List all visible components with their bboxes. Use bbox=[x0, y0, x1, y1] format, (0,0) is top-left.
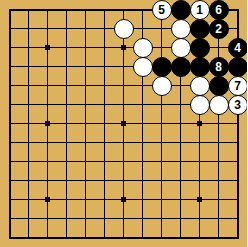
stone-black[interactable]: 8 bbox=[209, 57, 229, 77]
star-point bbox=[121, 45, 126, 50]
stone-white[interactable] bbox=[190, 76, 210, 96]
grid-line-horizontal bbox=[10, 180, 238, 181]
go-board[interactable]: 51624873 bbox=[0, 0, 247, 247]
stone-number: 6 bbox=[215, 4, 222, 16]
star-point bbox=[45, 121, 50, 126]
stone-white[interactable]: 5 bbox=[152, 0, 172, 20]
stone-white[interactable] bbox=[190, 95, 210, 115]
stone-white[interactable]: 3 bbox=[228, 95, 248, 115]
stone-black[interactable]: 4 bbox=[228, 38, 248, 58]
stone-number: 1 bbox=[196, 4, 203, 16]
stone-white[interactable] bbox=[114, 19, 134, 39]
stone-number: 3 bbox=[234, 99, 241, 111]
star-point bbox=[121, 197, 126, 202]
stone-white[interactable] bbox=[133, 57, 153, 77]
stone-white[interactable] bbox=[133, 38, 153, 58]
stone-black[interactable] bbox=[171, 57, 191, 77]
stone-black[interactable] bbox=[190, 57, 210, 77]
stone-black[interactable] bbox=[190, 19, 210, 39]
grid-line-vertical bbox=[161, 10, 162, 238]
star-point bbox=[45, 197, 50, 202]
stone-white[interactable]: 7 bbox=[228, 76, 248, 96]
grid-line-vertical bbox=[218, 10, 219, 238]
stone-black[interactable] bbox=[152, 57, 172, 77]
grid-line-horizontal bbox=[10, 142, 238, 143]
stone-white[interactable] bbox=[171, 38, 191, 58]
stone-white[interactable] bbox=[209, 95, 229, 115]
stone-black[interactable] bbox=[190, 38, 210, 58]
stone-black[interactable]: 2 bbox=[209, 19, 229, 39]
stone-black[interactable] bbox=[171, 0, 191, 20]
star-point bbox=[45, 45, 50, 50]
stone-black[interactable] bbox=[228, 57, 248, 77]
stone-number: 4 bbox=[234, 42, 241, 54]
grid-line-horizontal bbox=[10, 218, 238, 219]
stone-black[interactable]: 6 bbox=[209, 0, 229, 20]
stone-number: 2 bbox=[215, 23, 222, 35]
star-point bbox=[197, 121, 202, 126]
stone-white[interactable] bbox=[171, 19, 191, 39]
star-point bbox=[197, 197, 202, 202]
star-point bbox=[121, 121, 126, 126]
go-diagram: 51624873 bbox=[0, 0, 247, 247]
stone-white[interactable]: 1 bbox=[190, 0, 210, 20]
grid-line-horizontal bbox=[10, 161, 238, 162]
stone-number: 5 bbox=[158, 4, 165, 16]
stone-black[interactable] bbox=[209, 76, 229, 96]
stone-number: 8 bbox=[215, 61, 222, 73]
stone-white[interactable] bbox=[152, 76, 172, 96]
stone-number: 7 bbox=[234, 80, 241, 92]
